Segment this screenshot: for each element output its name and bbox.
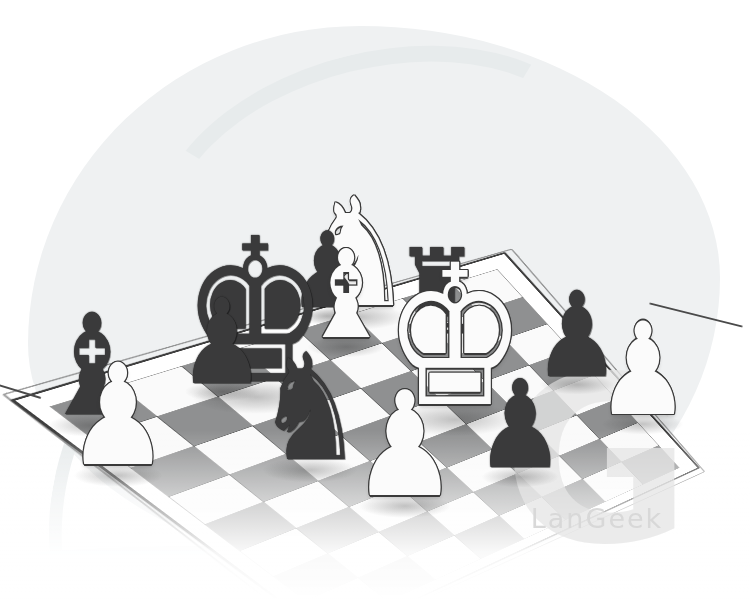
white-pawn-h6: ♟: [596, 306, 690, 434]
illustration-stage: G ♚♟♞♝♜♚♟♟♝♟♟♞♟♟ LanGeek: [0, 0, 750, 600]
white-pawn-b1: ♟: [67, 346, 170, 486]
black-pawn-a3: ♟: [179, 283, 266, 401]
black-pawn-g3: ♟: [475, 364, 565, 486]
langeek-wordmark: LanGeek: [531, 505, 663, 532]
white-pawn-e2: ♟: [352, 372, 459, 517]
black-knight-d4: ♞: [256, 334, 365, 482]
